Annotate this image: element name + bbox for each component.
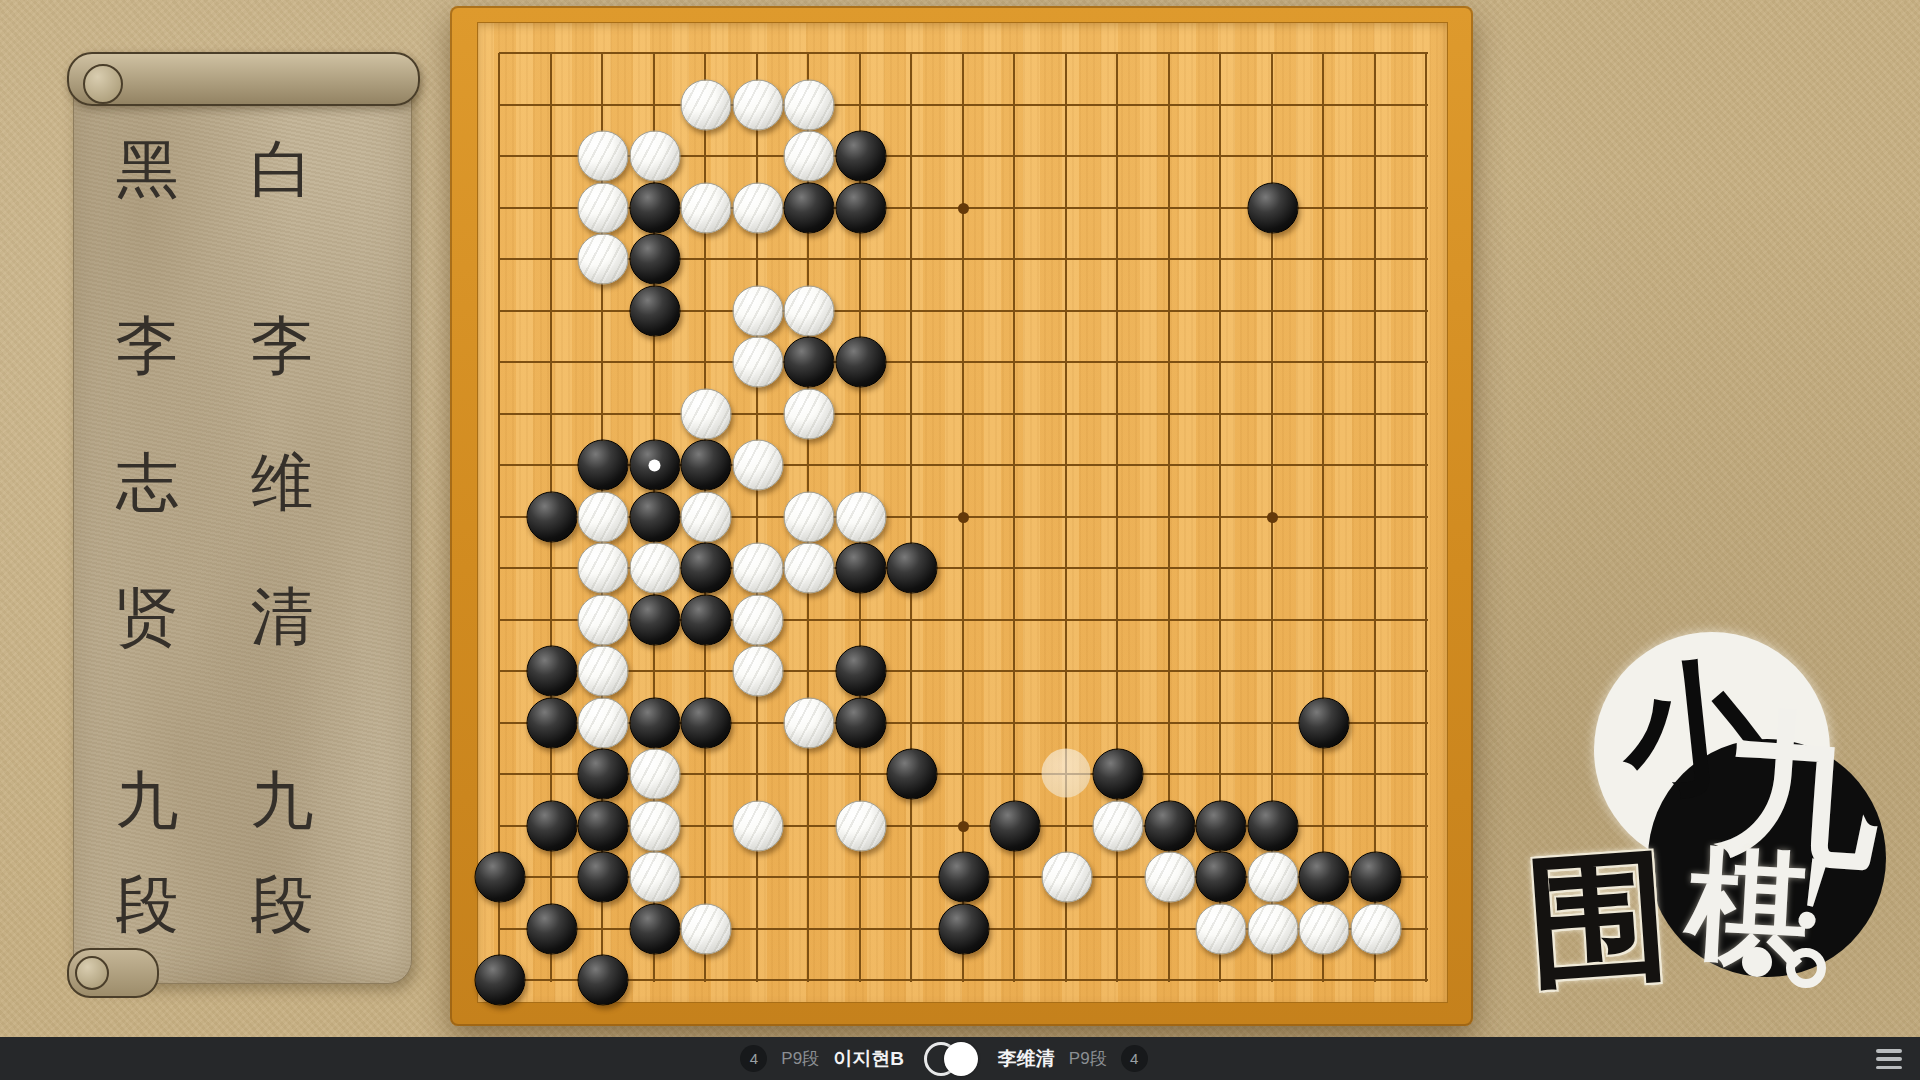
stone-white (784, 697, 835, 748)
grid-line (498, 53, 500, 982)
stone-black (578, 852, 629, 903)
stone-white (784, 491, 835, 542)
logo-char-wei: 围 (1517, 838, 1679, 1000)
white-name-char: 清 (247, 582, 317, 652)
stone-white (784, 388, 835, 439)
stone-white (835, 800, 886, 851)
black-name-char: 李 (112, 311, 182, 381)
stone-black (475, 955, 526, 1006)
stone-white (578, 234, 629, 285)
ghost-stone-preview[interactable] (1041, 749, 1090, 798)
stone-black (1196, 800, 1247, 851)
stone-white (784, 79, 835, 130)
stone-white (629, 131, 680, 182)
white-name-char: 李 (247, 311, 317, 381)
last-move-marker (649, 459, 661, 471)
logo-ring-dot (1786, 948, 1826, 988)
stone-black (681, 594, 732, 645)
stone-black (629, 903, 680, 954)
stone-white (784, 131, 835, 182)
stone-black (578, 440, 629, 491)
stone-white (578, 646, 629, 697)
stone-black (1299, 852, 1350, 903)
grid-line (499, 979, 1428, 981)
stone-white (784, 285, 835, 336)
logo-white-dot (1742, 947, 1772, 977)
stone-black (578, 749, 629, 800)
stone-black (1247, 182, 1298, 233)
stone-white (1299, 903, 1350, 954)
stone-black (990, 800, 1041, 851)
white-captures-badge: 4 (1121, 1045, 1148, 1072)
stone-white (681, 491, 732, 542)
stone-black (1196, 852, 1247, 903)
grid-line (1425, 53, 1427, 982)
white-rank-label: P9段 (1069, 1047, 1107, 1070)
stone-white (835, 491, 886, 542)
stone-white (1196, 903, 1247, 954)
black-player-name: 이지현B (833, 1046, 904, 1072)
white-rank-char: 段 (247, 870, 317, 940)
stone-white (681, 182, 732, 233)
grid-line (499, 104, 1428, 106)
hamburger-menu-icon[interactable] (1876, 1049, 1902, 1069)
stone-white (732, 440, 783, 491)
white-color-label: 白 (247, 135, 317, 205)
stone-black (629, 182, 680, 233)
app-logo: 小 九 围 棋 ! (1520, 628, 1900, 1018)
stone-white (578, 131, 629, 182)
stone-white (629, 800, 680, 851)
stone-white (629, 852, 680, 903)
stone-black (835, 337, 886, 388)
stone-black (835, 131, 886, 182)
grid-line (1065, 53, 1067, 982)
stone-black (629, 697, 680, 748)
stone-black (1093, 749, 1144, 800)
stone-white (784, 543, 835, 594)
stone-black (629, 491, 680, 542)
stone-white (681, 903, 732, 954)
black-color-label: 黑 (112, 135, 182, 205)
stone-black (887, 749, 938, 800)
stone-black (681, 697, 732, 748)
stone-white (629, 543, 680, 594)
stone-black (578, 955, 629, 1006)
scroll-top-knob (83, 64, 123, 104)
stone-white (732, 285, 783, 336)
player-scroll-plaque: 黑 李 志 贤 九 段 白 李 维 清 九 段 (67, 52, 416, 996)
star-point (958, 821, 969, 832)
black-rank-char: 段 (112, 870, 182, 940)
stone-black (835, 646, 886, 697)
stone-white (578, 543, 629, 594)
stone-white (1041, 852, 1092, 903)
go-board-frame (450, 6, 1473, 1026)
white-stone-icon (944, 1042, 978, 1076)
stone-white (732, 800, 783, 851)
stone-black (887, 543, 938, 594)
go-board[interactable] (477, 22, 1448, 1003)
grid-line (499, 670, 1428, 672)
stone-black (1247, 800, 1298, 851)
grid-line (1374, 53, 1376, 982)
white-rank-char: 九 (247, 766, 317, 836)
stone-white (1144, 852, 1195, 903)
stone-black (629, 234, 680, 285)
stone-white (1247, 852, 1298, 903)
stone-white (629, 749, 680, 800)
stone-white (1247, 903, 1298, 954)
stone-black (681, 543, 732, 594)
stone-white (1093, 800, 1144, 851)
stone-white (578, 594, 629, 645)
grid-line (910, 53, 912, 982)
star-point (958, 512, 969, 523)
stone-black (578, 800, 629, 851)
stone-black (526, 697, 577, 748)
stone-black (629, 440, 680, 491)
white-player-name: 李维清 (998, 1046, 1055, 1072)
white-name-char: 维 (247, 448, 317, 518)
stone-black (526, 646, 577, 697)
stone-black (938, 903, 989, 954)
stone-white (1350, 903, 1401, 954)
stone-black (475, 852, 526, 903)
stone-black (526, 491, 577, 542)
stone-black (835, 543, 886, 594)
grid-line (499, 413, 1428, 415)
stone-white (732, 182, 783, 233)
grid-line (499, 361, 1428, 363)
turn-indicator-toggle[interactable] (924, 1042, 978, 1076)
stone-white (578, 697, 629, 748)
stone-white (578, 182, 629, 233)
stone-black (526, 800, 577, 851)
stone-white (578, 491, 629, 542)
bottom-status-bar: 4 P9段 이지현B 李维清 P9段 4 (0, 1037, 1920, 1080)
stone-black (784, 337, 835, 388)
stone-white (681, 79, 732, 130)
stone-black (629, 285, 680, 336)
black-captures-badge: 4 (740, 1045, 767, 1072)
stone-white (681, 388, 732, 439)
black-rank-char: 九 (112, 766, 182, 836)
grid-line (499, 52, 1428, 54)
stone-white (732, 594, 783, 645)
stone-white (732, 79, 783, 130)
stone-black (835, 697, 886, 748)
star-point (958, 203, 969, 214)
scroll-bottom-knob (75, 956, 109, 990)
stone-white (732, 543, 783, 594)
grid-line (1322, 53, 1324, 982)
stone-black (938, 852, 989, 903)
black-name-char: 志 (112, 448, 182, 518)
black-name-char: 贤 (112, 582, 182, 652)
stone-white (732, 646, 783, 697)
stone-black (1299, 697, 1350, 748)
stone-black (835, 182, 886, 233)
stone-black (784, 182, 835, 233)
star-point (1267, 512, 1278, 523)
stone-white (732, 337, 783, 388)
stone-black (629, 594, 680, 645)
black-rank-label: P9段 (781, 1047, 819, 1070)
scroll-paper (73, 70, 412, 984)
stone-black (526, 903, 577, 954)
stone-black (681, 440, 732, 491)
stone-black (1144, 800, 1195, 851)
stone-black (1350, 852, 1401, 903)
